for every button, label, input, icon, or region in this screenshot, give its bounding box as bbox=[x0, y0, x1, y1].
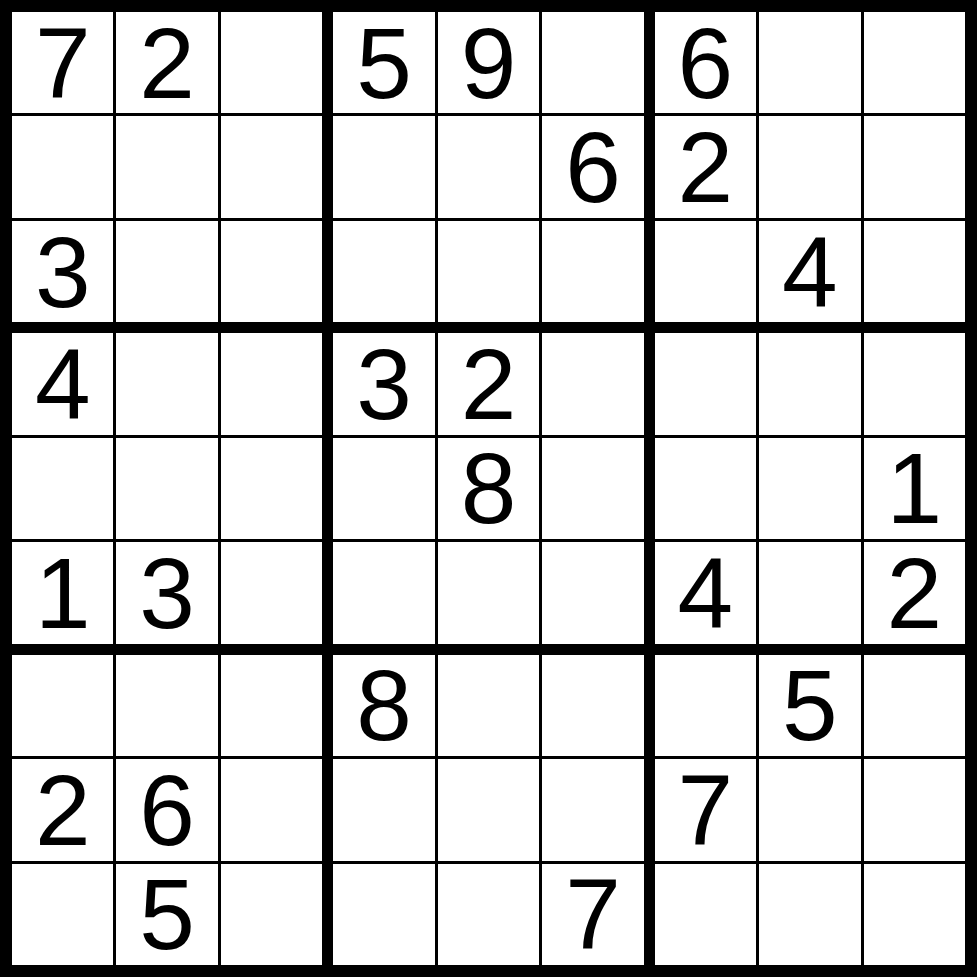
cell-r4c9[interactable] bbox=[864, 333, 965, 434]
cell-r1c7[interactable]: 6 bbox=[655, 12, 756, 113]
cell-r3c3[interactable] bbox=[221, 221, 322, 322]
cell-r1c6[interactable] bbox=[542, 12, 643, 113]
cell-r6c3[interactable] bbox=[221, 542, 322, 643]
cell-r2c1[interactable] bbox=[12, 116, 113, 217]
cell-r8c1[interactable]: 2 bbox=[12, 759, 113, 860]
cell-r3c7[interactable] bbox=[655, 221, 756, 322]
cell-r9c3[interactable] bbox=[221, 864, 322, 965]
cell-r4c4[interactable]: 3 bbox=[333, 333, 434, 434]
cell-r7c4[interactable]: 8 bbox=[333, 655, 434, 756]
cell-r4c1[interactable]: 4 bbox=[12, 333, 113, 434]
cell-r8c8[interactable] bbox=[759, 759, 860, 860]
cell-r5c1[interactable] bbox=[12, 438, 113, 539]
cell-r5c5[interactable]: 8 bbox=[438, 438, 539, 539]
cell-r8c3[interactable] bbox=[221, 759, 322, 860]
cell-r3c9[interactable] bbox=[864, 221, 965, 322]
cell-r5c6[interactable] bbox=[542, 438, 643, 539]
cell-r4c5[interactable]: 2 bbox=[438, 333, 539, 434]
cell-r2c6[interactable]: 6 bbox=[542, 116, 643, 217]
cell-r6c8[interactable] bbox=[759, 542, 860, 643]
cell-r5c9[interactable]: 1 bbox=[864, 438, 965, 539]
cell-r1c4[interactable]: 5 bbox=[333, 12, 434, 113]
cell-r2c8[interactable] bbox=[759, 116, 860, 217]
cell-r1c3[interactable] bbox=[221, 12, 322, 113]
sudoku-board: 7259662344328113428526757 bbox=[12, 12, 965, 965]
cell-r6c6[interactable] bbox=[542, 542, 643, 643]
cell-r9c4[interactable] bbox=[333, 864, 434, 965]
cell-r2c9[interactable] bbox=[864, 116, 965, 217]
cell-r2c7[interactable]: 2 bbox=[655, 116, 756, 217]
cell-r7c7[interactable] bbox=[655, 655, 756, 756]
cell-r7c3[interactable] bbox=[221, 655, 322, 756]
cell-r4c2[interactable] bbox=[116, 333, 217, 434]
cell-r2c3[interactable] bbox=[221, 116, 322, 217]
cell-r6c4[interactable] bbox=[333, 542, 434, 643]
cell-r5c7[interactable] bbox=[655, 438, 756, 539]
cell-r7c1[interactable] bbox=[12, 655, 113, 756]
cell-r9c1[interactable] bbox=[12, 864, 113, 965]
cell-r6c9[interactable]: 2 bbox=[864, 542, 965, 643]
cell-r9c7[interactable] bbox=[655, 864, 756, 965]
cell-r8c6[interactable] bbox=[542, 759, 643, 860]
cell-r6c1[interactable]: 1 bbox=[12, 542, 113, 643]
cell-r1c5[interactable]: 9 bbox=[438, 12, 539, 113]
cell-r9c6[interactable]: 7 bbox=[542, 864, 643, 965]
cell-r6c5[interactable] bbox=[438, 542, 539, 643]
cell-r7c2[interactable] bbox=[116, 655, 217, 756]
cell-r1c9[interactable] bbox=[864, 12, 965, 113]
cell-r2c5[interactable] bbox=[438, 116, 539, 217]
cell-r3c4[interactable] bbox=[333, 221, 434, 322]
cell-r2c2[interactable] bbox=[116, 116, 217, 217]
cell-r8c9[interactable] bbox=[864, 759, 965, 860]
cell-r7c6[interactable] bbox=[542, 655, 643, 756]
cell-r7c8[interactable]: 5 bbox=[759, 655, 860, 756]
cell-r7c5[interactable] bbox=[438, 655, 539, 756]
puzzle-page: 7259662344328113428526757 bbox=[0, 0, 977, 977]
cell-r3c8[interactable]: 4 bbox=[759, 221, 860, 322]
cell-r1c2[interactable]: 2 bbox=[116, 12, 217, 113]
cell-r6c2[interactable]: 3 bbox=[116, 542, 217, 643]
cell-r5c4[interactable] bbox=[333, 438, 434, 539]
cell-r4c7[interactable] bbox=[655, 333, 756, 434]
cell-r9c9[interactable] bbox=[864, 864, 965, 965]
cell-r1c8[interactable] bbox=[759, 12, 860, 113]
cell-r7c9[interactable] bbox=[864, 655, 965, 756]
cell-r1c1[interactable]: 7 bbox=[12, 12, 113, 113]
cell-r3c2[interactable] bbox=[116, 221, 217, 322]
cell-r8c4[interactable] bbox=[333, 759, 434, 860]
cell-r2c4[interactable] bbox=[333, 116, 434, 217]
cell-r3c6[interactable] bbox=[542, 221, 643, 322]
cell-r5c2[interactable] bbox=[116, 438, 217, 539]
cell-r5c8[interactable] bbox=[759, 438, 860, 539]
cell-r3c5[interactable] bbox=[438, 221, 539, 322]
cell-r3c1[interactable]: 3 bbox=[12, 221, 113, 322]
cell-r8c2[interactable]: 6 bbox=[116, 759, 217, 860]
cell-r9c8[interactable] bbox=[759, 864, 860, 965]
cell-r9c5[interactable] bbox=[438, 864, 539, 965]
cell-r4c8[interactable] bbox=[759, 333, 860, 434]
cell-r8c5[interactable] bbox=[438, 759, 539, 860]
cell-r6c7[interactable]: 4 bbox=[655, 542, 756, 643]
cell-r5c3[interactable] bbox=[221, 438, 322, 539]
cell-r8c7[interactable]: 7 bbox=[655, 759, 756, 860]
cell-r9c2[interactable]: 5 bbox=[116, 864, 217, 965]
cell-r4c3[interactable] bbox=[221, 333, 322, 434]
cell-r4c6[interactable] bbox=[542, 333, 643, 434]
